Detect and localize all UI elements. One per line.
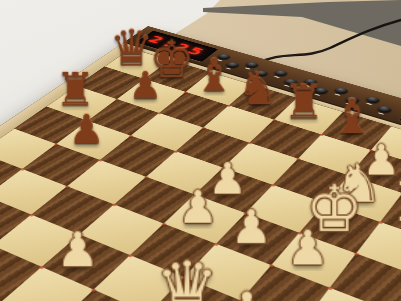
- white-rook-c1[interactable]: ♜: [0, 227, 14, 286]
- button-mount: [375, 105, 394, 116]
- black-rook-e8[interactable]: ♜: [283, 78, 325, 125]
- white-rook-h6[interactable]: ♜: [391, 174, 401, 229]
- black-bishop-f8[interactable]: ♝: [330, 92, 373, 140]
- black-bishop-c8[interactable]: ♝: [194, 52, 234, 97]
- white-pawn-e4[interactable]: ♟: [178, 184, 219, 229]
- white-queen-f2[interactable]: ♛: [156, 252, 219, 301]
- black-knight-d8[interactable]: ♞: [237, 65, 278, 111]
- white-pawn-f4[interactable]: ♟: [231, 203, 273, 249]
- black-pawn-b7[interactable]: ♟: [129, 66, 163, 104]
- photo-canvas: 2:25 4:05 ♛♚♝♞♜♝♟♟♟♜♞♜♟♟♚♟♟♟♟♛♝♜: [0, 0, 401, 301]
- white-bishop-g2[interactable]: ♝: [219, 284, 276, 301]
- board-scene: 2:25 4:05 ♛♚♝♞♜♝♟♟♟♜♞♜♟♟♚♟♟♟♟♛♝♜: [0, 0, 401, 301]
- white-pawn-d2[interactable]: ♟: [57, 225, 100, 273]
- control-button-12[interactable]: [377, 105, 394, 114]
- chess-computer-board: 2:25 4:05 ♛♚♝♞♜♝♟♟♟♜♞♜♟♟♚♟♟♟♟♛♝♜: [0, 26, 401, 301]
- black-pawn-b5[interactable]: ♟: [69, 109, 105, 149]
- white-pawn-g4[interactable]: ♟: [287, 224, 330, 272]
- board-frame: 2:25 4:05 ♛♚♝♞♜♝♟♟♟♜♞♜♟♟♚♟♟♟♟♛♝♜: [0, 26, 401, 301]
